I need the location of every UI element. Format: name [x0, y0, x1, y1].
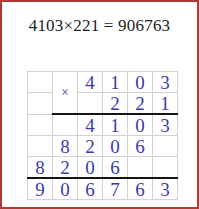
multiply-sign-cell: × — [53, 72, 78, 115]
cell-r4c5 — [153, 157, 178, 179]
cell-r0c5: 3 — [153, 72, 178, 93]
cell-r3c2: 2 — [78, 136, 103, 157]
row-product: 9 0 6 7 6 3 — [28, 178, 178, 200]
row-multiplicand: × 4 1 0 3 — [28, 72, 178, 93]
multiplication-grid: × 4 1 0 3 2 2 1 4 1 0 3 8 2 0 6 — [27, 71, 178, 200]
row-partial-3: 8 2 0 6 — [28, 157, 178, 179]
cell-r5c3: 7 — [103, 178, 128, 200]
cell-r1c4: 2 — [128, 93, 153, 115]
row-multiplier: 2 2 1 — [28, 93, 178, 115]
cell-r1c2 — [78, 93, 103, 115]
cell-r2c0 — [28, 114, 53, 136]
cell-r3c5 — [153, 136, 178, 157]
row-partial-1: 4 1 0 3 — [28, 114, 178, 136]
row-partial-2: 8 2 0 6 — [28, 136, 178, 157]
cell-r1c3: 2 — [103, 93, 128, 115]
cell-r2c1 — [53, 114, 78, 136]
equation-title: 4103×221 = 906763 — [2, 15, 197, 37]
cell-r4c4 — [128, 157, 153, 179]
cell-r2c3: 1 — [103, 114, 128, 136]
cell-r4c1: 2 — [53, 157, 78, 179]
cell-r4c0: 8 — [28, 157, 53, 179]
cell-r0c3: 1 — [103, 72, 128, 93]
worksheet-page: 4103×221 = 906763 × 4 1 0 3 2 2 1 4 1 0 … — [0, 0, 199, 209]
cell-r3c3: 0 — [103, 136, 128, 157]
cell-r5c1: 0 — [53, 178, 78, 200]
cell-r5c5: 3 — [153, 178, 178, 200]
cell-r1c5: 1 — [153, 93, 178, 115]
cell-r1c0 — [28, 93, 53, 115]
cell-r4c2: 0 — [78, 157, 103, 179]
cell-r5c4: 6 — [128, 178, 153, 200]
cell-r5c2: 6 — [78, 178, 103, 200]
cell-r3c0 — [28, 136, 53, 157]
cell-r2c4: 0 — [128, 114, 153, 136]
cell-r0c2: 4 — [78, 72, 103, 93]
cell-r4c3: 6 — [103, 157, 128, 179]
cell-r2c2: 4 — [78, 114, 103, 136]
cell-r3c4: 6 — [128, 136, 153, 157]
cell-r0c0 — [28, 72, 53, 93]
cell-r0c4: 0 — [128, 72, 153, 93]
cell-r3c1: 8 — [53, 136, 78, 157]
cell-r5c0: 9 — [28, 178, 53, 200]
cell-r2c5: 3 — [153, 114, 178, 136]
